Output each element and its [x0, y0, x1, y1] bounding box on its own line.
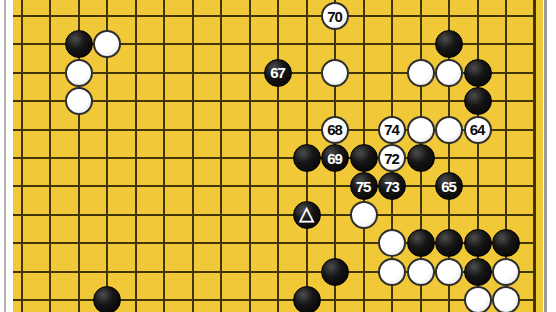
black-stone [492, 229, 520, 257]
white-stone [435, 258, 463, 286]
black-stone-numbered: 73 [378, 172, 406, 200]
grid-line-horizontal [13, 15, 536, 17]
black-stone [435, 30, 463, 58]
black-stone-numbered: 65 [435, 172, 463, 200]
white-stone-numbered: 70 [321, 2, 349, 30]
grid-line-vertical [21, 0, 23, 312]
white-stone-numbered: 74 [378, 116, 406, 144]
move-number-label: 65 [441, 179, 456, 194]
white-stone-numbered: 64 [464, 116, 492, 144]
black-stone [464, 87, 492, 115]
white-stone [93, 30, 121, 58]
black-stone [464, 229, 492, 257]
grid-line-vertical [249, 0, 251, 312]
frame-left-border [4, 0, 6, 312]
white-stone-numbered: 68 [321, 116, 349, 144]
grid-line-horizontal [13, 157, 536, 159]
grid-line-vertical [49, 0, 51, 312]
white-stone-numbered: 72 [378, 144, 406, 172]
move-number-label: 67 [270, 65, 285, 80]
move-number-label: 72 [384, 151, 399, 166]
move-number-label: 73 [384, 179, 399, 194]
black-stone-numbered: 67 [264, 59, 292, 87]
black-stone [464, 258, 492, 286]
black-stone [350, 144, 378, 172]
black-stone [293, 286, 321, 312]
grid-line-board-right-edge [533, 0, 536, 312]
white-stone [350, 201, 378, 229]
white-stone [65, 59, 93, 87]
black-stone [407, 229, 435, 257]
move-number-label: 75 [356, 179, 371, 194]
grid-line-horizontal [13, 214, 536, 216]
frame-right-border [544, 0, 547, 312]
white-stone [407, 258, 435, 286]
go-board: 70676874646972757365△ [13, 0, 543, 312]
move-number-label: 68 [327, 122, 342, 137]
black-stone-triangle-marked: △ [293, 201, 321, 229]
white-stone [378, 258, 406, 286]
white-stone [407, 59, 435, 87]
black-stone [93, 286, 121, 312]
grid-line-horizontal [13, 299, 536, 301]
grid-line-vertical [135, 0, 137, 312]
diagram-frame: 70676874646972757365△ [0, 0, 556, 312]
move-number-label: 70 [327, 9, 342, 24]
black-stone [65, 30, 93, 58]
white-stone [407, 116, 435, 144]
grid-line-vertical [163, 0, 165, 312]
black-stone [435, 229, 463, 257]
grid-line-vertical [277, 0, 279, 312]
grid-line-vertical [192, 0, 194, 312]
black-stone [407, 144, 435, 172]
white-stone [435, 59, 463, 87]
black-stone [321, 258, 349, 286]
white-stone [435, 116, 463, 144]
white-stone [65, 87, 93, 115]
white-stone [321, 59, 349, 87]
white-stone [492, 286, 520, 312]
black-stone-numbered: 75 [350, 172, 378, 200]
triangle-mark-icon: △ [299, 204, 314, 223]
move-number-label: 69 [327, 151, 342, 166]
black-stone-numbered: 69 [321, 144, 349, 172]
move-number-label: 64 [470, 122, 485, 137]
grid-line-vertical [220, 0, 222, 312]
white-stone [464, 286, 492, 312]
black-stone [464, 59, 492, 87]
move-number-label: 74 [384, 122, 399, 137]
black-stone [293, 144, 321, 172]
white-stone [378, 229, 406, 257]
white-stone [492, 258, 520, 286]
